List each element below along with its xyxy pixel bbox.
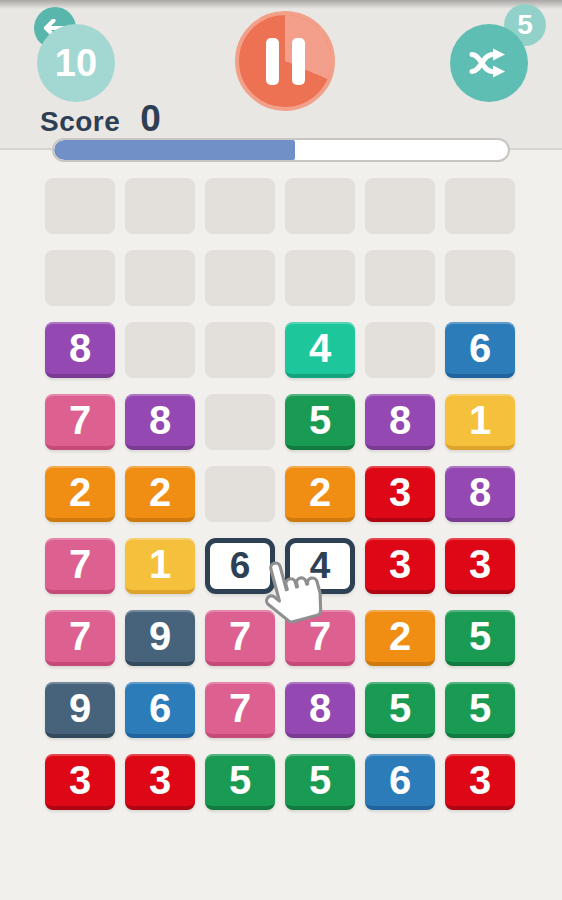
tile-6[interactable]: 6	[125, 682, 195, 738]
tile-5[interactable]: 5	[445, 610, 515, 666]
tile-1[interactable]: 1	[125, 538, 195, 594]
empty-cell	[205, 250, 275, 306]
app: 10 5 Score 0 84678581222387164	[0, 0, 562, 900]
shuffle-icon	[467, 46, 511, 80]
tile-3[interactable]: 3	[125, 754, 195, 810]
moves-left-count: 10	[55, 42, 97, 85]
tile-7[interactable]: 7	[205, 682, 275, 738]
empty-cell	[45, 250, 115, 306]
empty-cell	[365, 250, 435, 306]
tile-3[interactable]: 3	[45, 754, 115, 810]
empty-cell	[205, 394, 275, 450]
tile-5[interactable]: 5	[205, 754, 275, 810]
empty-cell	[365, 178, 435, 234]
empty-cell	[205, 178, 275, 234]
tile-3[interactable]: 3	[445, 754, 515, 810]
shuffle-button[interactable]	[450, 24, 528, 102]
tile-3[interactable]: 3	[445, 538, 515, 594]
empty-cell	[285, 178, 355, 234]
shuffle-count: 5	[517, 9, 533, 41]
empty-cell	[445, 250, 515, 306]
empty-cell	[125, 178, 195, 234]
empty-cell	[445, 178, 515, 234]
tile-6[interactable]: 6	[365, 754, 435, 810]
score-value: 0	[140, 98, 161, 140]
tile-4[interactable]: 4	[285, 322, 355, 378]
score: Score 0	[40, 98, 161, 140]
tile-2[interactable]: 2	[45, 466, 115, 522]
progress-fill	[54, 140, 295, 160]
tile-7[interactable]: 7	[45, 538, 115, 594]
tile-5[interactable]: 5	[445, 682, 515, 738]
empty-cell	[205, 466, 275, 522]
moves-left-button[interactable]: 10	[37, 24, 115, 102]
tile-1[interactable]: 1	[445, 394, 515, 450]
empty-cell	[285, 250, 355, 306]
tile-2[interactable]: 2	[285, 466, 355, 522]
tile-8[interactable]: 8	[285, 682, 355, 738]
tile-7[interactable]: 7	[205, 610, 275, 666]
tile-8[interactable]: 8	[125, 394, 195, 450]
empty-cell	[365, 322, 435, 378]
tile-3[interactable]: 3	[365, 466, 435, 522]
tile-9[interactable]: 9	[125, 610, 195, 666]
top-shadow	[0, 0, 562, 9]
tile-8[interactable]: 8	[445, 466, 515, 522]
score-label: Score	[40, 106, 120, 138]
tile-5[interactable]: 5	[285, 394, 355, 450]
tile-2[interactable]: 2	[125, 466, 195, 522]
tile-6[interactable]: 6	[445, 322, 515, 378]
empty-cell	[45, 178, 115, 234]
tile-3[interactable]: 3	[365, 538, 435, 594]
tile-7[interactable]: 7	[45, 394, 115, 450]
empty-cell	[205, 322, 275, 378]
empty-cell	[125, 322, 195, 378]
tile-5[interactable]: 5	[285, 754, 355, 810]
header: 10 5 Score 0	[0, 0, 562, 149]
empty-cell	[125, 250, 195, 306]
pause-icon	[266, 38, 305, 85]
progress-bar	[52, 138, 510, 162]
tile-5[interactable]: 5	[365, 682, 435, 738]
tile-2[interactable]: 2	[365, 610, 435, 666]
pause-button[interactable]	[235, 11, 335, 111]
board: 8467858122238716433797725967855335563	[45, 178, 515, 810]
tile-8[interactable]: 8	[45, 322, 115, 378]
tile-8[interactable]: 8	[365, 394, 435, 450]
tile-7[interactable]: 7	[45, 610, 115, 666]
tile-9[interactable]: 9	[45, 682, 115, 738]
